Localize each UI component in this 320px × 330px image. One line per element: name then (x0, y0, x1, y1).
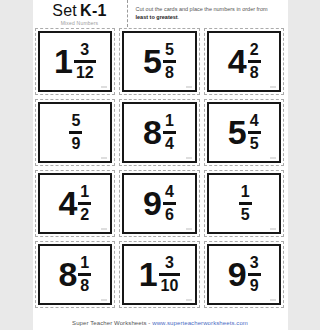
number-card: 1 3 12 (38, 31, 113, 92)
fraction: 4 6 (163, 184, 176, 223)
whole-number: 4 (228, 46, 246, 77)
set-subtitle: Mixed Numbers (61, 20, 99, 26)
fraction-bar (248, 131, 261, 134)
card-corner-mark (186, 157, 192, 159)
card-cell: 1 5 (204, 170, 285, 237)
fraction-bar (78, 273, 91, 276)
card-corner-mark (186, 299, 192, 301)
numerator: 3 (78, 42, 91, 58)
fraction: 3 12 (74, 42, 96, 81)
denominator: 8 (163, 65, 176, 81)
instructions-bold: least to greatest (136, 14, 178, 20)
denominator: 8 (78, 278, 91, 294)
denominator: 5 (239, 207, 252, 223)
card-cell: 5 9 (35, 99, 116, 166)
card-cell: 1 3 12 (35, 28, 116, 95)
number-card: 5 5 8 (122, 31, 197, 92)
numerator: 5 (163, 42, 176, 58)
set-title: SetK-1 (52, 3, 107, 19)
whole-number: 9 (143, 188, 161, 219)
card-grid: 1 3 12 5 5 8 4 (35, 28, 285, 308)
numerator: 4 (248, 113, 261, 129)
card-corner-mark (186, 86, 192, 88)
instructions-text: Cut out the cards and place the numbers … (128, 0, 278, 27)
fraction-bar (239, 202, 252, 205)
whole-number: 5 (143, 46, 161, 77)
number-card: 9 3 9 (207, 244, 282, 305)
number-card: 4 1 2 (38, 173, 113, 234)
set-code: K-1 (80, 2, 107, 19)
denominator: 5 (248, 136, 261, 152)
fraction-bar (163, 131, 176, 134)
fraction: 2 8 (248, 42, 261, 81)
card-corner-mark (101, 228, 107, 230)
denominator: 6 (163, 207, 176, 223)
instructions-part1: Cut out the cards and place the numbers … (136, 6, 268, 12)
card-corner-mark (270, 157, 276, 159)
footer-credit: Super Teacher Worksheets - www.superteac… (33, 320, 288, 326)
fraction: 3 9 (248, 255, 261, 294)
fraction: 1 2 (78, 184, 91, 223)
card-cell: 1 3 10 (119, 241, 200, 308)
set-label: Set (52, 2, 77, 19)
card-cell: 5 5 8 (119, 28, 200, 95)
denominator: 2 (78, 207, 91, 223)
card-corner-mark (270, 228, 276, 230)
card-corner-mark (270, 86, 276, 88)
whole-number: 5 (228, 117, 246, 148)
card-corner-mark (270, 299, 276, 301)
fraction-bar (248, 60, 261, 63)
denominator: 4 (163, 136, 176, 152)
fraction: 1 8 (78, 255, 91, 294)
numerator: 1 (163, 113, 176, 129)
fraction-bar (163, 202, 176, 205)
numerator: 5 (69, 113, 82, 129)
whole-number: 8 (143, 117, 161, 148)
worksheet-page: SetK-1 Mixed Numbers Cut out the cards a… (33, 0, 288, 330)
fraction-bar (78, 202, 91, 205)
card-corner-mark (101, 86, 107, 88)
numerator: 3 (163, 255, 176, 271)
card-corner-mark (101, 157, 107, 159)
whole-number: 8 (58, 259, 76, 290)
whole-number: 9 (228, 259, 246, 290)
numerator: 2 (248, 42, 261, 58)
fraction-bar (163, 60, 176, 63)
number-card: 8 1 8 (38, 244, 113, 305)
card-cell: 8 1 4 (119, 99, 200, 166)
footer-url-link[interactable]: www.superteacherworksheets.com (152, 320, 248, 326)
fraction: 3 10 (159, 255, 181, 294)
card-corner-mark (101, 299, 107, 301)
card-cell: 9 3 9 (204, 241, 285, 308)
number-card: 8 1 4 (122, 102, 197, 163)
fraction-bar (69, 131, 82, 134)
whole-number: 4 (58, 188, 76, 219)
card-cell: 5 4 5 (204, 99, 285, 166)
numerator: 4 (163, 184, 176, 200)
whole-number: 1 (54, 46, 72, 77)
denominator: 8 (248, 65, 261, 81)
number-card: 1 5 (207, 173, 282, 234)
fraction-bar (159, 273, 181, 276)
number-card: 5 9 (38, 102, 113, 163)
number-card: 9 4 6 (122, 173, 197, 234)
numerator: 1 (78, 184, 91, 200)
denominator: 10 (159, 278, 181, 294)
card-cell: 4 2 8 (204, 28, 285, 95)
number-card: 4 2 8 (207, 31, 282, 92)
numerator: 1 (78, 255, 91, 271)
numerator: 3 (248, 255, 261, 271)
footer-brand: Super Teacher Worksheets - (72, 320, 152, 326)
fraction-bar (74, 60, 96, 63)
fraction: 5 9 (69, 113, 82, 152)
fraction: 4 5 (248, 113, 261, 152)
fraction-bar (248, 273, 261, 276)
card-cell: 8 1 8 (35, 241, 116, 308)
denominator: 9 (69, 136, 82, 152)
card-cell: 4 1 2 (35, 170, 116, 237)
instructions-part2: . (178, 14, 180, 20)
set-title-block: SetK-1 Mixed Numbers (33, 0, 128, 27)
fraction: 1 4 (163, 113, 176, 152)
whole-number: 1 (139, 259, 157, 290)
card-corner-mark (186, 228, 192, 230)
number-card: 5 4 5 (207, 102, 282, 163)
worksheet-header: SetK-1 Mixed Numbers Cut out the cards a… (33, 0, 288, 27)
card-cell: 9 4 6 (119, 170, 200, 237)
number-card: 1 3 10 (122, 244, 197, 305)
denominator: 12 (74, 65, 96, 81)
denominator: 9 (248, 278, 261, 294)
numerator: 1 (239, 184, 252, 200)
fraction: 5 8 (163, 42, 176, 81)
fraction: 1 5 (239, 184, 252, 223)
